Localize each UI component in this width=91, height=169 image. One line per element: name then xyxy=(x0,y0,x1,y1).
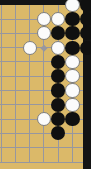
black-stone xyxy=(51,126,65,140)
black-stone xyxy=(51,69,65,83)
black-stone xyxy=(80,12,91,26)
white-stone xyxy=(51,12,65,26)
white-stone xyxy=(37,112,51,126)
black-stone xyxy=(51,98,65,112)
grid-line-vertical xyxy=(29,0,30,163)
go-board[interactable] xyxy=(0,0,91,169)
screenshot-stage xyxy=(0,0,91,169)
black-stone xyxy=(80,0,91,12)
grid-line-horizontal xyxy=(0,133,91,134)
hoshi-marker xyxy=(41,44,47,50)
white-stone xyxy=(65,55,79,69)
white-stone xyxy=(65,83,79,97)
white-stone xyxy=(65,98,79,112)
white-stone xyxy=(51,41,65,55)
black-stone xyxy=(51,112,65,126)
white-stone xyxy=(37,26,51,40)
black-stone xyxy=(51,83,65,97)
grid-line-vertical xyxy=(15,0,16,163)
black-stone xyxy=(80,26,91,40)
grid-line-horizontal xyxy=(0,147,91,148)
black-stone xyxy=(65,26,79,40)
black-stone xyxy=(65,12,79,26)
black-stone xyxy=(65,112,79,126)
grid-line-horizontal xyxy=(0,162,91,163)
black-stone xyxy=(51,55,65,69)
white-stone xyxy=(23,41,37,55)
black-stone xyxy=(80,41,91,55)
white-stone xyxy=(65,0,79,12)
black-stone xyxy=(51,26,65,40)
grid-line-vertical xyxy=(1,0,2,163)
black-stone xyxy=(65,41,79,55)
white-stone xyxy=(65,69,79,83)
white-stone xyxy=(37,12,51,26)
